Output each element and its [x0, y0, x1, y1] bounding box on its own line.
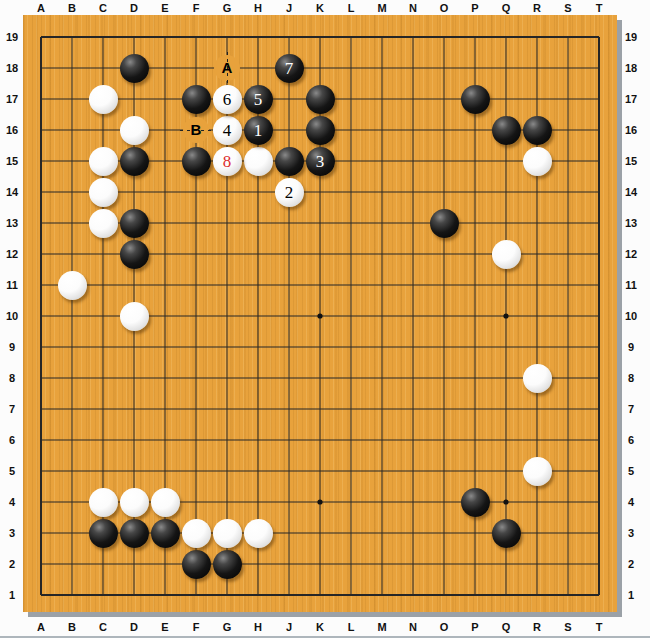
coordinate-label: Q [495, 1, 517, 15]
stone-white[interactable]: 6 [213, 85, 242, 114]
coordinate-label: 6 [620, 433, 642, 447]
stone-black[interactable] [461, 85, 490, 114]
coordinate-label: 1 [620, 588, 642, 602]
stone-white[interactable] [120, 116, 149, 145]
star-point [317, 499, 322, 504]
coordinate-label: 8 [1, 371, 23, 385]
coordinate-label: 2 [1, 557, 23, 571]
stone-white[interactable] [182, 519, 211, 548]
coordinate-label: 15 [620, 154, 642, 168]
stone-white[interactable]: 2 [275, 178, 304, 207]
stone-white[interactable] [89, 209, 118, 238]
stone-black[interactable] [120, 240, 149, 269]
coordinate-label: 18 [1, 61, 23, 75]
coordinate-label: 12 [620, 247, 642, 261]
stone-black[interactable] [275, 147, 304, 176]
coordinate-label: R [526, 1, 548, 15]
coordinate-label: A [30, 620, 52, 634]
letter-annotation: B [183, 117, 209, 143]
stone-black[interactable] [430, 209, 459, 238]
coordinate-label: F [185, 620, 207, 634]
coordinate-label: 18 [620, 61, 642, 75]
stone-white[interactable] [492, 240, 521, 269]
coordinate-label: N [402, 620, 424, 634]
stone-black[interactable] [120, 147, 149, 176]
coordinate-label: 7 [1, 402, 23, 416]
coordinate-label: 3 [620, 526, 642, 540]
coordinate-label: G [216, 1, 238, 15]
move-number: 3 [316, 152, 325, 171]
stone-white[interactable] [89, 147, 118, 176]
stone-white[interactable] [89, 488, 118, 517]
stone-black[interactable] [89, 519, 118, 548]
stone-white[interactable] [523, 457, 552, 486]
stone-white[interactable]: 8 [213, 147, 242, 176]
coordinate-label: 2 [620, 557, 642, 571]
move-number: 8 [223, 152, 232, 171]
coordinate-label: S [557, 620, 579, 634]
coordinate-label: 14 [1, 185, 23, 199]
coordinate-label: 5 [1, 464, 23, 478]
coordinate-label: 16 [1, 123, 23, 137]
move-number: 7 [285, 59, 294, 78]
coordinate-label: L [340, 620, 362, 634]
coordinate-label: 10 [620, 309, 642, 323]
stone-black[interactable] [182, 147, 211, 176]
coordinate-label: 6 [1, 433, 23, 447]
go-board[interactable]: 12345678AB [23, 15, 617, 612]
star-point [503, 313, 508, 318]
stone-white[interactable] [89, 178, 118, 207]
coordinate-label: 7 [620, 402, 642, 416]
coordinate-label: T [588, 1, 610, 15]
coordinate-label: 12 [1, 247, 23, 261]
coordinate-label: N [402, 1, 424, 15]
coordinate-label: L [340, 1, 362, 15]
stone-white[interactable] [244, 147, 273, 176]
coordinate-label: 5 [620, 464, 642, 478]
star-point [503, 499, 508, 504]
stone-white[interactable] [89, 85, 118, 114]
coordinate-label: D [123, 1, 145, 15]
coordinate-label: K [309, 1, 331, 15]
stone-white[interactable] [244, 519, 273, 548]
coordinate-label: S [557, 1, 579, 15]
coordinate-label: P [464, 620, 486, 634]
coordinate-label: 19 [1, 30, 23, 44]
coordinate-label: B [61, 1, 83, 15]
coordinate-label: 9 [620, 340, 642, 354]
stone-black[interactable] [523, 116, 552, 145]
stone-white[interactable] [151, 488, 180, 517]
coordinate-label: J [278, 1, 300, 15]
move-number: 1 [254, 121, 263, 140]
stone-black[interactable] [151, 519, 180, 548]
coordinate-label: M [371, 1, 393, 15]
coordinate-label: 1 [1, 588, 23, 602]
coordinate-label: A [30, 1, 52, 15]
coordinate-label: 19 [620, 30, 642, 44]
coordinate-label: H [247, 620, 269, 634]
stone-black[interactable]: 5 [244, 85, 273, 114]
move-number: 2 [285, 183, 294, 202]
stone-black[interactable] [213, 550, 242, 579]
coordinate-label: 17 [620, 92, 642, 106]
coordinate-label: C [92, 1, 114, 15]
coordinate-label: D [123, 620, 145, 634]
stone-black[interactable] [120, 519, 149, 548]
coordinate-label: G [216, 620, 238, 634]
coordinate-label: 11 [620, 278, 642, 292]
coordinate-label: H [247, 1, 269, 15]
coordinate-label: R [526, 620, 548, 634]
move-number: 5 [254, 90, 263, 109]
stone-black[interactable]: 7 [275, 54, 304, 83]
coordinate-label: 13 [620, 216, 642, 230]
coordinate-label: M [371, 620, 393, 634]
stone-black[interactable] [182, 550, 211, 579]
stone-black[interactable]: 3 [306, 147, 335, 176]
coordinate-label: K [309, 620, 331, 634]
coordinate-label: O [433, 1, 455, 15]
stone-white[interactable] [58, 271, 87, 300]
coordinate-label: E [154, 1, 176, 15]
coordinate-label: F [185, 1, 207, 15]
stone-black[interactable] [306, 85, 335, 114]
coordinate-label: 11 [1, 278, 23, 292]
stone-white[interactable] [523, 147, 552, 176]
coordinate-label: 4 [1, 495, 23, 509]
move-number: 6 [223, 90, 232, 109]
stone-white[interactable] [120, 488, 149, 517]
star-point [317, 313, 322, 318]
coordinate-label: C [92, 620, 114, 634]
stone-black[interactable] [120, 209, 149, 238]
coordinate-label: 13 [1, 216, 23, 230]
stone-black[interactable] [492, 116, 521, 145]
stone-black[interactable] [120, 54, 149, 83]
letter-annotation: A [214, 55, 240, 81]
stone-white[interactable]: 4 [213, 116, 242, 145]
coordinate-label: O [433, 620, 455, 634]
stone-black[interactable] [492, 519, 521, 548]
stone-white[interactable] [120, 302, 149, 331]
coordinate-label: T [588, 620, 610, 634]
coordinate-label: 14 [620, 185, 642, 199]
stone-white[interactable] [523, 364, 552, 393]
coordinate-label: 4 [620, 495, 642, 509]
stone-black[interactable] [461, 488, 490, 517]
coordinate-label: 3 [1, 526, 23, 540]
coordinate-label: 17 [1, 92, 23, 106]
coordinate-label: 10 [1, 309, 23, 323]
stone-black[interactable]: 1 [244, 116, 273, 145]
coordinate-label: 16 [620, 123, 642, 137]
stone-black[interactable] [182, 85, 211, 114]
coordinate-label: 8 [620, 371, 642, 385]
coordinate-label: B [61, 620, 83, 634]
stone-white[interactable] [213, 519, 242, 548]
go-diagram-window: 12345678AB ABCDEFGHJKLMNOPQRST ABCDEFGHJ… [0, 0, 650, 638]
move-number: 4 [223, 121, 232, 140]
stone-black[interactable] [306, 116, 335, 145]
coordinate-label: Q [495, 620, 517, 634]
coordinate-label: J [278, 620, 300, 634]
coordinate-label: 15 [1, 154, 23, 168]
coordinate-label: 9 [1, 340, 23, 354]
coordinate-label: E [154, 620, 176, 634]
coordinate-label: P [464, 1, 486, 15]
